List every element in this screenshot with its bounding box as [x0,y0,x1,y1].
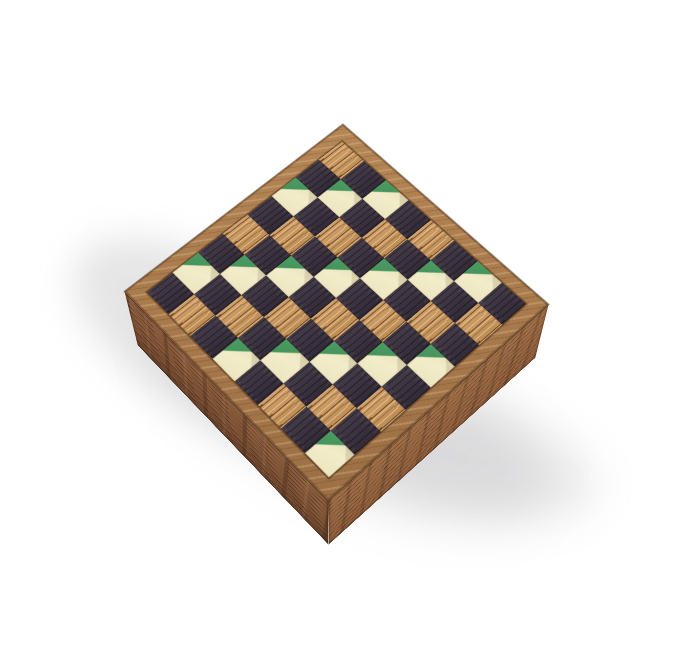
chess-box [125,124,549,500]
board-cell [212,337,260,381]
board-cell [261,339,310,383]
chess-box-scene [186,148,486,448]
board-cell [284,362,333,407]
board-cell [238,317,286,360]
board-cell [331,408,381,454]
motif-green-triangle [309,341,358,385]
board-cell [382,365,431,410]
board-cell [311,298,359,341]
board-cell [455,302,503,345]
board-cell [383,321,431,364]
product-photo-page: { "game": "chess", "description": "Empty… [0,0,684,668]
motif-green-triangle [212,337,260,381]
board-cell [286,318,334,361]
board-cell [406,344,455,388]
board-cell [235,360,284,405]
motif-shade-triangle [305,430,355,477]
motif-green-triangle [406,344,455,388]
board-cell [358,342,407,386]
motif-shade-triangle [309,341,358,385]
motif-shade-triangle [358,342,407,386]
board-cell [333,363,382,408]
board-cell [305,430,355,477]
motif-green-triangle [305,430,355,477]
board-cell [258,383,307,429]
board-cell [334,320,382,363]
board-cell [168,294,216,336]
board-frame [125,124,549,500]
motif-green-triangle [261,339,310,383]
board-cell [190,315,238,358]
board-cell [281,406,331,452]
board-cell [356,386,406,432]
board-cell [431,323,479,366]
board-cell [309,341,358,385]
board-cell [407,301,455,344]
motif-shade-triangle [261,339,310,383]
motif-green-triangle [358,342,407,386]
chess-board [147,142,526,478]
board-cell [307,385,356,431]
motif-shade-triangle [212,337,260,381]
board-cell [359,299,407,342]
motif-shade-triangle [406,344,455,388]
board-cell [216,295,264,337]
board-cell [264,297,312,339]
